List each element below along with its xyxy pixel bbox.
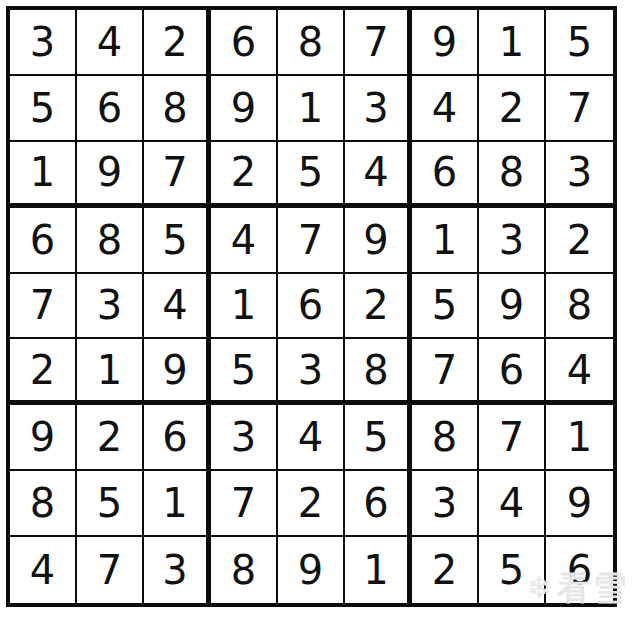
cell-r8c5[interactable]: 2: [278, 471, 345, 537]
cell-r5c3[interactable]: 4: [144, 274, 211, 340]
cell-r9c7[interactable]: 2: [412, 537, 479, 603]
cell-r4c3[interactable]: 5: [144, 208, 211, 274]
cell-r2c8[interactable]: 2: [479, 76, 546, 142]
cell-r8c7[interactable]: 3: [412, 471, 479, 537]
cell-r6c6[interactable]: 8: [345, 339, 412, 405]
cell-r1c1[interactable]: 3: [10, 10, 77, 76]
cell-r8c4[interactable]: 7: [211, 471, 278, 537]
cell-r3c1[interactable]: 1: [10, 142, 77, 208]
cell-r1c4[interactable]: 6: [211, 10, 278, 76]
cell-r4c4[interactable]: 4: [211, 208, 278, 274]
cell-r4c1[interactable]: 6: [10, 208, 77, 274]
cell-r8c1[interactable]: 8: [10, 471, 77, 537]
cell-r1c5[interactable]: 8: [278, 10, 345, 76]
cell-r7c7[interactable]: 8: [412, 405, 479, 471]
cell-r5c8[interactable]: 9: [479, 274, 546, 340]
cell-r6c7[interactable]: 7: [412, 339, 479, 405]
cell-r8c3[interactable]: 1: [144, 471, 211, 537]
cell-r2c9[interactable]: 7: [546, 76, 613, 142]
cell-r9c5[interactable]: 9: [278, 537, 345, 603]
cell-r6c1[interactable]: 2: [10, 339, 77, 405]
cell-r9c4[interactable]: 8: [211, 537, 278, 603]
cell-r3c6[interactable]: 4: [345, 142, 412, 208]
cell-r4c6[interactable]: 9: [345, 208, 412, 274]
cell-r7c3[interactable]: 6: [144, 405, 211, 471]
cell-r6c2[interactable]: 1: [77, 339, 144, 405]
cell-r6c8[interactable]: 6: [479, 339, 546, 405]
cell-r7c5[interactable]: 4: [278, 405, 345, 471]
cell-r9c3[interactable]: 3: [144, 537, 211, 603]
cell-r3c7[interactable]: 6: [412, 142, 479, 208]
cell-r1c2[interactable]: 4: [77, 10, 144, 76]
sudoku-page: 3426879155689134271972546836854791327341…: [0, 0, 634, 626]
cell-r5c6[interactable]: 2: [345, 274, 412, 340]
cell-r7c1[interactable]: 9: [10, 405, 77, 471]
cell-r3c4[interactable]: 2: [211, 142, 278, 208]
cell-r3c3[interactable]: 7: [144, 142, 211, 208]
cell-r9c2[interactable]: 7: [77, 537, 144, 603]
cell-r1c8[interactable]: 1: [479, 10, 546, 76]
cell-r4c9[interactable]: 2: [546, 208, 613, 274]
cell-r1c3[interactable]: 2: [144, 10, 211, 76]
sudoku-board: 3426879155689134271972546836854791327341…: [6, 6, 617, 607]
cell-r5c5[interactable]: 6: [278, 274, 345, 340]
cell-r5c9[interactable]: 8: [546, 274, 613, 340]
cell-r1c6[interactable]: 7: [345, 10, 412, 76]
cell-r8c8[interactable]: 4: [479, 471, 546, 537]
cell-r9c8[interactable]: 5: [479, 537, 546, 603]
cell-r8c2[interactable]: 5: [77, 471, 144, 537]
cell-r2c6[interactable]: 3: [345, 76, 412, 142]
cell-r2c1[interactable]: 5: [10, 76, 77, 142]
cell-r1c7[interactable]: 9: [412, 10, 479, 76]
cell-r2c2[interactable]: 6: [77, 76, 144, 142]
cell-r7c9[interactable]: 1: [546, 405, 613, 471]
cell-r3c5[interactable]: 5: [278, 142, 345, 208]
cell-r2c4[interactable]: 9: [211, 76, 278, 142]
cell-r6c5[interactable]: 3: [278, 339, 345, 405]
cell-r2c5[interactable]: 1: [278, 76, 345, 142]
cell-r7c8[interactable]: 7: [479, 405, 546, 471]
cell-r5c1[interactable]: 7: [10, 274, 77, 340]
cell-r2c3[interactable]: 8: [144, 76, 211, 142]
cell-r5c7[interactable]: 5: [412, 274, 479, 340]
cell-r9c1[interactable]: 4: [10, 537, 77, 603]
cell-r8c6[interactable]: 6: [345, 471, 412, 537]
cell-r5c2[interactable]: 3: [77, 274, 144, 340]
cell-r3c9[interactable]: 3: [546, 142, 613, 208]
cell-r7c2[interactable]: 2: [77, 405, 144, 471]
cell-r9c9[interactable]: 6: [546, 537, 613, 603]
cell-r6c3[interactable]: 9: [144, 339, 211, 405]
cell-r4c7[interactable]: 1: [412, 208, 479, 274]
cell-r7c4[interactable]: 3: [211, 405, 278, 471]
cell-r8c9[interactable]: 9: [546, 471, 613, 537]
cell-r4c5[interactable]: 7: [278, 208, 345, 274]
cell-r7c6[interactable]: 5: [345, 405, 412, 471]
cell-r3c2[interactable]: 9: [77, 142, 144, 208]
cell-r2c7[interactable]: 4: [412, 76, 479, 142]
cell-r1c9[interactable]: 5: [546, 10, 613, 76]
cell-r4c8[interactable]: 3: [479, 208, 546, 274]
cell-r4c2[interactable]: 8: [77, 208, 144, 274]
cell-r5c4[interactable]: 1: [211, 274, 278, 340]
cell-r3c8[interactable]: 8: [479, 142, 546, 208]
cell-r6c9[interactable]: 4: [546, 339, 613, 405]
cell-r9c6[interactable]: 1: [345, 537, 412, 603]
cell-r6c4[interactable]: 5: [211, 339, 278, 405]
